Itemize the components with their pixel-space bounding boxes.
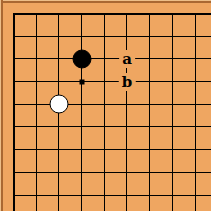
stone-black-D17	[72, 49, 91, 68]
go-diagram: ab	[0, 0, 211, 211]
point-label-a: a	[119, 50, 135, 68]
point-label-b: b	[119, 73, 136, 91]
stone-white-C15	[49, 95, 68, 114]
hoshi-marker-D16	[79, 79, 84, 84]
board-overlay: ab	[0, 0, 211, 211]
